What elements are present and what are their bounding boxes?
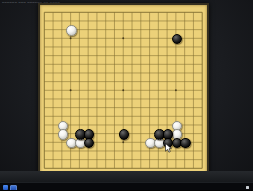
taskbar — [0, 182, 253, 191]
stone-white — [66, 25, 76, 35]
stone-white — [58, 129, 68, 139]
control-bar: ── ─── ─── ─── ─── ──── ───── — [0, 171, 253, 182]
taskbar-app-icon-2[interactable] — [10, 185, 17, 191]
mouse-cursor-icon — [165, 143, 173, 153]
system-tray-icon[interactable] — [246, 186, 249, 189]
board-grid — [40, 5, 207, 174]
app-window: ────── ─── ────── ── ──── ── ─── ─── ───… — [0, 0, 253, 190]
taskbar-app-icon-1[interactable] — [3, 185, 8, 190]
go-board[interactable] — [38, 3, 209, 176]
